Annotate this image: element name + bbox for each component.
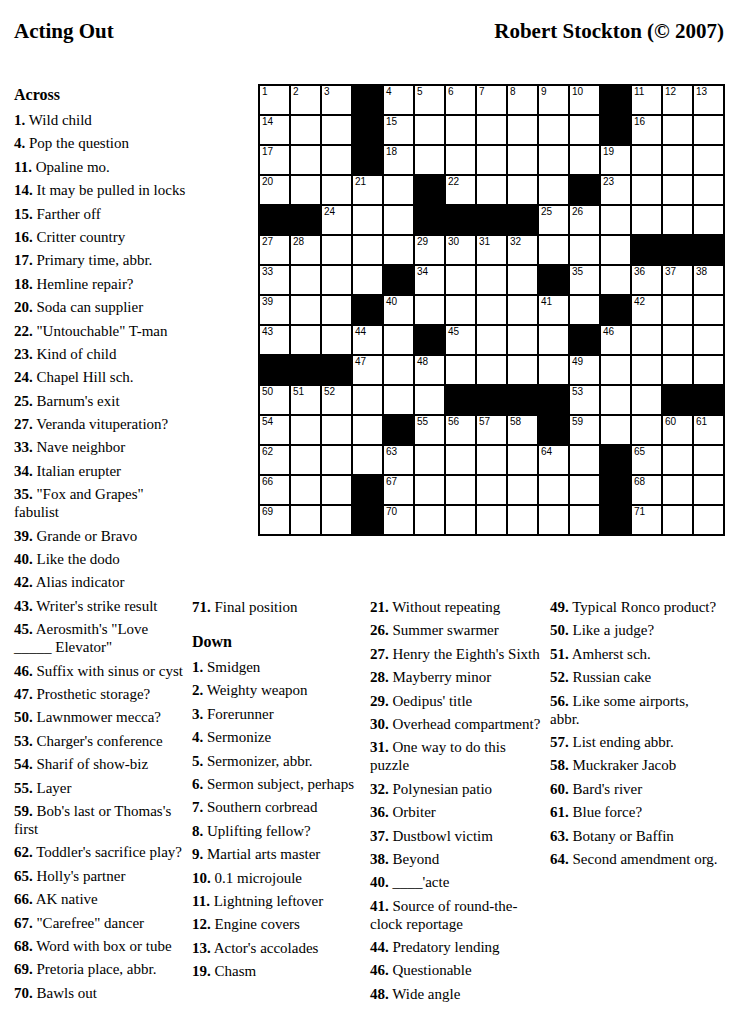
clue-number: 39. xyxy=(14,528,33,544)
grid-cell[interactable] xyxy=(477,116,506,144)
black-cell xyxy=(601,116,630,144)
grid-cell[interactable]: 64 xyxy=(539,446,568,474)
cell-number: 59 xyxy=(572,416,583,428)
cell-number: 32 xyxy=(510,236,521,248)
black-cell xyxy=(291,356,320,384)
clue-10-down: 10. 0.1 microjoule xyxy=(192,869,368,887)
grid-cell[interactable]: 20 xyxy=(260,176,289,204)
clue-2-down: 2. Weighty weapon xyxy=(192,681,368,699)
grid-cell[interactable] xyxy=(508,176,537,204)
grid-cell[interactable]: 31 xyxy=(477,236,506,264)
grid-cell[interactable] xyxy=(508,506,537,534)
grid-cell[interactable] xyxy=(539,146,568,174)
grid-cell[interactable] xyxy=(291,416,320,444)
grid-cell[interactable]: 12 xyxy=(663,86,692,114)
grid-cell[interactable] xyxy=(384,386,413,414)
clue-55-across: 55. Layer xyxy=(14,779,199,797)
down-header: Down xyxy=(192,633,368,651)
clue-34-across: 34. Italian erupter xyxy=(14,462,199,480)
clue-number: 51. xyxy=(550,646,569,662)
grid-cell[interactable] xyxy=(539,176,568,204)
grid-cell[interactable] xyxy=(663,356,692,384)
grid-cell[interactable] xyxy=(601,416,630,444)
clue-number: 47. xyxy=(14,686,33,702)
clue-14-across: 14. It may be pulled in locks xyxy=(14,181,199,199)
black-cell xyxy=(415,326,444,354)
grid-cell[interactable]: 29 xyxy=(415,236,444,264)
grid-cell[interactable] xyxy=(570,506,599,534)
grid-cell[interactable]: 54 xyxy=(260,416,289,444)
grid-cell[interactable]: 8 xyxy=(508,86,537,114)
clue-number: 41. xyxy=(370,898,389,914)
clue-number: 58. xyxy=(550,757,569,773)
grid-cell[interactable]: 56 xyxy=(446,416,475,444)
clue-66-across: 66. AK native xyxy=(14,890,199,908)
grid-cell[interactable]: 67 xyxy=(384,476,413,504)
cell-number: 40 xyxy=(386,296,397,308)
cell-number: 12 xyxy=(665,86,676,98)
clue-number: 65. xyxy=(14,868,33,884)
grid-cell[interactable]: 62 xyxy=(260,446,289,474)
grid-cell[interactable] xyxy=(415,446,444,474)
grid-cell[interactable] xyxy=(322,236,351,264)
clue-number: 60. xyxy=(550,781,569,797)
grid-cell[interactable] xyxy=(291,296,320,324)
clue-21-down: 21. Without repeating xyxy=(370,598,570,616)
grid-cell[interactable] xyxy=(601,266,630,294)
black-cell xyxy=(260,356,289,384)
grid-cell[interactable] xyxy=(632,386,661,414)
clue-number: 52. xyxy=(550,669,569,685)
grid-cell[interactable]: 33 xyxy=(260,266,289,294)
black-cell xyxy=(322,356,351,384)
grid-cell[interactable] xyxy=(446,266,475,294)
grid-cell[interactable]: 6 xyxy=(446,86,475,114)
clue-54-across: 54. Sharif of show-biz xyxy=(14,755,199,773)
grid-cell[interactable] xyxy=(570,296,599,324)
grid-cell[interactable] xyxy=(446,446,475,474)
grid-cell[interactable] xyxy=(539,116,568,144)
clue-number: 27. xyxy=(370,646,389,662)
crossword-grid[interactable]: 1234567891011121314151617181920212223242… xyxy=(258,84,725,536)
grid-cell[interactable] xyxy=(694,176,723,204)
grid-cell[interactable]: 58 xyxy=(508,416,537,444)
clue-11-down: 11. Lightning leftover xyxy=(192,892,368,910)
grid-cell[interactable] xyxy=(477,356,506,384)
cell-number: 70 xyxy=(386,506,397,518)
grid-cell[interactable]: 41 xyxy=(539,296,568,324)
grid-cell[interactable] xyxy=(508,326,537,354)
grid-cell[interactable] xyxy=(415,146,444,174)
grid-cell[interactable] xyxy=(415,116,444,144)
grid-cell[interactable]: 32 xyxy=(508,236,537,264)
clue-68-across: 68. Word with box or tube xyxy=(14,937,199,955)
grid-cell[interactable]: 25 xyxy=(539,206,568,234)
clue-number: 13. xyxy=(192,940,211,956)
grid-cell[interactable] xyxy=(694,476,723,504)
grid-cell[interactable] xyxy=(446,146,475,174)
clue-number: 11. xyxy=(192,893,210,909)
grid-cell[interactable]: 15 xyxy=(384,116,413,144)
grid-cell[interactable] xyxy=(694,206,723,234)
black-cell xyxy=(353,296,382,324)
grid-cell[interactable] xyxy=(322,176,351,204)
grid-cell[interactable] xyxy=(415,476,444,504)
cell-number: 33 xyxy=(262,266,273,278)
grid-cell[interactable] xyxy=(570,446,599,474)
clue-38-down: 38. Beyond xyxy=(370,850,570,868)
clue-19-down: 19. Chasm xyxy=(192,962,368,980)
grid-cell[interactable]: 40 xyxy=(384,296,413,324)
clue-64-down: 64. Second amendment org. xyxy=(550,850,734,868)
black-cell xyxy=(601,506,630,534)
grid-cell[interactable]: 3 xyxy=(322,86,351,114)
grid-cell[interactable]: 61 xyxy=(694,416,723,444)
clue-46-down: 46. Questionable xyxy=(370,961,570,979)
grid-cell[interactable]: 50 xyxy=(260,386,289,414)
grid-cell[interactable] xyxy=(446,116,475,144)
clue-16-across: 16. Critter country xyxy=(14,228,199,246)
grid-cell[interactable]: 14 xyxy=(260,116,289,144)
black-cell xyxy=(415,176,444,204)
cell-number: 8 xyxy=(510,86,516,98)
clue-65-across: 65. Holly's partner xyxy=(14,867,199,885)
grid-cell[interactable] xyxy=(415,296,444,324)
clue-number: 50. xyxy=(550,622,569,638)
grid-cell[interactable] xyxy=(322,416,351,444)
clue-number: 68. xyxy=(14,938,33,954)
clue-number: 59. xyxy=(14,803,33,819)
clue-53-across: 53. Charger's conference xyxy=(14,732,199,750)
grid-cell[interactable] xyxy=(477,446,506,474)
black-cell xyxy=(477,206,506,234)
grid-cell[interactable] xyxy=(415,506,444,534)
grid-cell[interactable] xyxy=(322,506,351,534)
grid-cell[interactable] xyxy=(601,236,630,264)
grid-cell[interactable] xyxy=(632,206,661,234)
grid-cell[interactable]: 65 xyxy=(632,446,661,474)
grid-cell[interactable] xyxy=(539,236,568,264)
grid-cell[interactable] xyxy=(694,326,723,354)
grid-cell[interactable] xyxy=(508,116,537,144)
clue-number: 4. xyxy=(192,729,203,745)
grid-cell[interactable] xyxy=(291,326,320,354)
grid-cell[interactable]: 37 xyxy=(663,266,692,294)
grid-cell[interactable]: 47 xyxy=(353,356,382,384)
grid-cell[interactable] xyxy=(508,266,537,294)
clue-number: 10. xyxy=(192,870,211,886)
grid-cell[interactable]: 24 xyxy=(322,206,351,234)
grid-cell[interactable] xyxy=(384,356,413,384)
clue-number: 46. xyxy=(14,663,33,679)
grid-cell[interactable]: 2 xyxy=(291,86,320,114)
black-cell xyxy=(508,386,537,414)
cell-number: 44 xyxy=(355,326,366,338)
grid-cell[interactable] xyxy=(632,416,661,444)
grid-cell[interactable] xyxy=(663,476,692,504)
grid-cell[interactable]: 68 xyxy=(632,476,661,504)
clue-8-down: 8. Uplifting fellow? xyxy=(192,822,368,840)
grid-cell[interactable] xyxy=(446,476,475,504)
grid-cell[interactable] xyxy=(663,146,692,174)
cell-number: 13 xyxy=(696,86,707,98)
grid-cell[interactable]: 36 xyxy=(632,266,661,294)
clue-number: 32. xyxy=(370,781,389,797)
grid-cell[interactable] xyxy=(570,116,599,144)
grid-cell[interactable] xyxy=(291,176,320,204)
clue-number: 12. xyxy=(192,916,211,932)
grid-cell[interactable]: 51 xyxy=(291,386,320,414)
grid-cell[interactable]: 60 xyxy=(663,416,692,444)
grid-cell[interactable]: 44 xyxy=(353,326,382,354)
grid-cell[interactable] xyxy=(477,326,506,354)
clue-number: 33. xyxy=(14,439,33,455)
grid-cell[interactable]: 46 xyxy=(601,326,630,354)
clue-27-down: 27. Henry the Eighth's Sixth xyxy=(370,645,570,663)
cell-number: 36 xyxy=(634,266,645,278)
grid-cell[interactable] xyxy=(322,326,351,354)
clue-column-2: 71. Final position Down 1. Smidgen2. Wei… xyxy=(192,598,368,985)
cell-number: 24 xyxy=(324,206,335,218)
grid-cell[interactable] xyxy=(446,356,475,384)
clue-20-across: 20. Soda can supplier xyxy=(14,298,199,316)
cell-number: 23 xyxy=(603,176,614,188)
grid-cell[interactable]: 28 xyxy=(291,236,320,264)
grid-cell[interactable]: 18 xyxy=(384,146,413,174)
clue-number: 16. xyxy=(14,229,33,245)
clue-number: 43. xyxy=(14,598,33,614)
grid-cell[interactable] xyxy=(663,506,692,534)
grid-cell[interactable]: 9 xyxy=(539,86,568,114)
grid-cell[interactable] xyxy=(477,176,506,204)
grid-cell[interactable] xyxy=(353,206,382,234)
black-cell xyxy=(415,206,444,234)
grid-cell[interactable]: 11 xyxy=(632,86,661,114)
puzzle-byline: Robert Stockton (© 2007) xyxy=(494,19,724,44)
grid-cell[interactable] xyxy=(539,506,568,534)
grid-cell[interactable]: 69 xyxy=(260,506,289,534)
grid-cell[interactable]: 49 xyxy=(570,356,599,384)
grid-cell[interactable]: 59 xyxy=(570,416,599,444)
clue-number: 55. xyxy=(14,780,33,796)
cell-number: 45 xyxy=(448,326,459,338)
cell-number: 63 xyxy=(386,446,397,458)
grid-cell[interactable] xyxy=(384,206,413,234)
grid-cell[interactable]: 38 xyxy=(694,266,723,294)
clue-29-down: 29. Oedipus' title xyxy=(370,692,570,710)
clue-36-down: 36. Orbiter xyxy=(370,803,570,821)
grid-cell[interactable]: 71 xyxy=(632,506,661,534)
grid-cell[interactable]: 13 xyxy=(694,86,723,114)
clue-number: 35. xyxy=(14,486,33,502)
grid-cell[interactable] xyxy=(601,206,630,234)
clue-number: 53. xyxy=(14,733,33,749)
grid-cell[interactable]: 34 xyxy=(415,266,444,294)
clue-46-across: 46. Suffix with sinus or cyst xyxy=(14,662,199,680)
grid-cell[interactable]: 70 xyxy=(384,506,413,534)
cell-number: 54 xyxy=(262,416,273,428)
grid-cell[interactable]: 5 xyxy=(415,86,444,114)
grid-cell[interactable] xyxy=(539,476,568,504)
grid-cell[interactable] xyxy=(601,386,630,414)
grid-cell[interactable]: 63 xyxy=(384,446,413,474)
cell-number: 47 xyxy=(355,356,366,368)
grid-cell[interactable] xyxy=(694,146,723,174)
grid-cell[interactable] xyxy=(384,326,413,354)
grid-cell[interactable] xyxy=(384,236,413,264)
grid-cell[interactable] xyxy=(632,356,661,384)
grid-cell[interactable] xyxy=(384,176,413,204)
clue-63-down: 63. Botany or Baffin xyxy=(550,827,734,845)
grid-cell[interactable] xyxy=(291,476,320,504)
grid-cell[interactable] xyxy=(570,476,599,504)
clue-number: 40. xyxy=(14,551,33,567)
clue-44-down: 44. Predatory lending xyxy=(370,938,570,956)
cell-number: 17 xyxy=(262,146,273,158)
clue-number: 19. xyxy=(192,963,211,979)
grid-cell[interactable] xyxy=(570,146,599,174)
grid-cell[interactable] xyxy=(291,506,320,534)
grid-cell[interactable]: 7 xyxy=(477,86,506,114)
grid-cell[interactable] xyxy=(322,446,351,474)
clue-27-across: 27. Veranda vituperation? xyxy=(14,415,199,433)
cell-number: 28 xyxy=(293,236,304,248)
grid-cell[interactable]: 4 xyxy=(384,86,413,114)
grid-cell[interactable] xyxy=(446,296,475,324)
grid-cell[interactable]: 22 xyxy=(446,176,475,204)
grid-cell[interactable] xyxy=(663,206,692,234)
grid-cell[interactable]: 16 xyxy=(632,116,661,144)
clue-50-down: 50. Like a judge? xyxy=(550,621,734,639)
grid-cell[interactable]: 45 xyxy=(446,326,475,354)
grid-cell[interactable] xyxy=(477,476,506,504)
grid-cell[interactable] xyxy=(694,296,723,324)
grid-cell[interactable] xyxy=(353,236,382,264)
clue-70-across: 70. Bawls out xyxy=(14,984,199,1002)
clue-number: 63. xyxy=(550,828,569,844)
grid-cell[interactable]: 48 xyxy=(415,356,444,384)
grid-cell[interactable]: 42 xyxy=(632,296,661,324)
clue-52-down: 52. Russian cake xyxy=(550,668,734,686)
grid-cell[interactable] xyxy=(601,356,630,384)
grid-cell[interactable] xyxy=(291,446,320,474)
grid-cell[interactable] xyxy=(632,176,661,204)
grid-cell[interactable] xyxy=(632,146,661,174)
grid-cell[interactable]: 30 xyxy=(446,236,475,264)
cell-number: 9 xyxy=(541,86,547,98)
clue-13-down: 13. Actor's accolades xyxy=(192,939,368,957)
grid-cell[interactable] xyxy=(322,146,351,174)
grid-cell[interactable] xyxy=(663,326,692,354)
grid-cell[interactable] xyxy=(291,146,320,174)
grid-cell[interactable]: 26 xyxy=(570,206,599,234)
grid-cell[interactable] xyxy=(694,116,723,144)
clue-12-down: 12. Engine covers xyxy=(192,915,368,933)
cell-number: 69 xyxy=(262,506,273,518)
grid-cell[interactable]: 10 xyxy=(570,86,599,114)
grid-cell[interactable] xyxy=(477,266,506,294)
grid-cell[interactable] xyxy=(694,506,723,534)
cell-number: 27 xyxy=(262,236,273,248)
grid-cell[interactable]: 35 xyxy=(570,266,599,294)
grid-cell[interactable] xyxy=(477,296,506,324)
grid-cell[interactable]: 53 xyxy=(570,386,599,414)
clue-number: 21. xyxy=(370,599,389,615)
grid-cell[interactable] xyxy=(508,476,537,504)
grid-cell[interactable] xyxy=(322,476,351,504)
grid-cell[interactable] xyxy=(291,116,320,144)
grid-cell[interactable] xyxy=(353,416,382,444)
grid-cell[interactable]: 21 xyxy=(353,176,382,204)
grid-cell[interactable] xyxy=(508,146,537,174)
grid-cell[interactable] xyxy=(508,296,537,324)
grid-cell[interactable] xyxy=(477,506,506,534)
grid-cell[interactable]: 57 xyxy=(477,416,506,444)
clue-45-across: 45. Aerosmith's "Love_____ Elevator" xyxy=(14,620,199,656)
grid-cell[interactable]: 52 xyxy=(322,386,351,414)
grid-cell[interactable] xyxy=(663,176,692,204)
grid-cell[interactable] xyxy=(446,506,475,534)
grid-cell[interactable] xyxy=(508,446,537,474)
black-cell xyxy=(570,326,599,354)
grid-cell[interactable] xyxy=(322,296,351,324)
grid-cell[interactable]: 55 xyxy=(415,416,444,444)
grid-cell[interactable] xyxy=(322,266,351,294)
grid-cell[interactable]: 1 xyxy=(260,86,289,114)
grid-cell[interactable] xyxy=(508,356,537,384)
black-cell xyxy=(477,386,506,414)
black-cell xyxy=(694,386,723,414)
cell-number: 66 xyxy=(262,476,273,488)
grid-cell[interactable] xyxy=(570,236,599,264)
grid-cell[interactable] xyxy=(539,326,568,354)
cell-number: 67 xyxy=(386,476,397,488)
grid-cell[interactable]: 66 xyxy=(260,476,289,504)
grid-cell[interactable] xyxy=(353,446,382,474)
grid-cell[interactable]: 17 xyxy=(260,146,289,174)
grid-cell[interactable] xyxy=(694,446,723,474)
grid-cell[interactable]: 27 xyxy=(260,236,289,264)
grid-cell[interactable] xyxy=(477,146,506,174)
grid-cell[interactable] xyxy=(353,386,382,414)
grid-cell[interactable] xyxy=(694,356,723,384)
clue-40-down: 40. ____'acte xyxy=(370,873,570,891)
grid-cell[interactable]: 19 xyxy=(601,146,630,174)
grid-cell[interactable] xyxy=(663,446,692,474)
grid-cell[interactable] xyxy=(539,356,568,384)
grid-cell[interactable]: 39 xyxy=(260,296,289,324)
clue-6-down: 6. Sermon subject, perhaps xyxy=(192,775,368,793)
clue-number: 9. xyxy=(192,846,203,862)
black-cell xyxy=(570,176,599,204)
down-clue-list-continued-2: 49. Typical Ronco product?50. Like a jud… xyxy=(550,598,734,868)
grid-cell[interactable] xyxy=(663,296,692,324)
cell-number: 68 xyxy=(634,476,645,488)
grid-cell[interactable] xyxy=(663,116,692,144)
cell-number: 41 xyxy=(541,296,552,308)
clue-67-across: 67. "Carefree" dancer xyxy=(14,914,199,932)
grid-cell[interactable] xyxy=(415,386,444,414)
grid-cell[interactable] xyxy=(632,326,661,354)
clue-7-down: 7. Southern corbread xyxy=(192,798,368,816)
grid-cell[interactable] xyxy=(353,266,382,294)
black-cell xyxy=(353,506,382,534)
grid-cell[interactable]: 43 xyxy=(260,326,289,354)
cell-number: 71 xyxy=(634,506,645,518)
grid-cell[interactable] xyxy=(322,116,351,144)
grid-cell[interactable]: 23 xyxy=(601,176,630,204)
grid-cell[interactable] xyxy=(291,266,320,294)
